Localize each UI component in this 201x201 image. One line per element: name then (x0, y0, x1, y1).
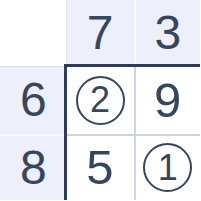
number-cell-r1c1[interactable]: 2 (67, 67, 134, 134)
circled-number: 1 (143, 143, 192, 192)
column-sum-value: 3 (154, 9, 181, 57)
column-sum-header-2: 3 (134, 0, 201, 67)
number-cell-r2c1[interactable]: 5 (67, 134, 134, 201)
number-value: 5 (86, 143, 113, 192)
column-sum-value: 7 (87, 9, 114, 57)
row-sum-value: 8 (20, 144, 47, 192)
number-sums-board: 7 3 6 2 9 8 5 1 (0, 0, 200, 200)
number-cell-r2c2[interactable]: 1 (134, 134, 201, 201)
corner-cell (0, 0, 67, 67)
circled-number: 2 (76, 76, 125, 125)
number-cell-r1c2[interactable]: 9 (134, 67, 201, 134)
number-value: 9 (154, 76, 181, 125)
row-sum-header-1: 6 (0, 67, 67, 134)
row-sum-value: 6 (20, 76, 47, 124)
column-sum-header-1: 7 (67, 0, 134, 67)
row-sum-header-2: 8 (0, 134, 67, 201)
